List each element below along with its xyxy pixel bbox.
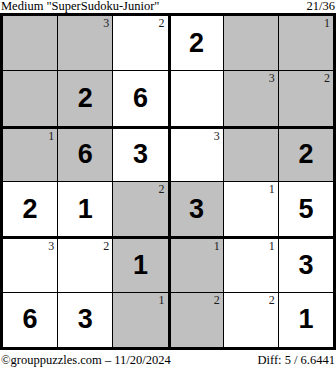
cell-value: 3	[113, 129, 167, 181]
cell-r5c2[interactable]: 2	[58, 237, 112, 291]
cell-r6c2[interactable]: 3	[58, 293, 112, 347]
cell-r6c4[interactable]: 2	[169, 293, 223, 347]
pencil-mark: 3	[48, 239, 54, 253]
pencil-mark: 3	[269, 71, 275, 85]
page-footer: ©grouppuzzles.com – 11/20/2024 Diff: 5 /…	[0, 353, 336, 370]
puzzle-title: Medium "SuperSudoku-Junior"	[1, 0, 159, 13]
cell-value: 6	[113, 71, 167, 125]
cell-r1c6[interactable]: 1	[279, 16, 333, 70]
pencil-mark: 2	[159, 16, 165, 30]
pencil-mark: 2	[214, 293, 220, 307]
cell-r4c3[interactable]: 2	[113, 182, 167, 236]
cell-r3c3[interactable]: 3	[113, 127, 167, 181]
pencil-mark: 1	[48, 129, 54, 143]
pencil-mark: 2	[269, 293, 275, 307]
cell-value: 2	[58, 71, 112, 125]
cell-r1c3[interactable]: 2	[113, 16, 167, 70]
cell-r4c4[interactable]: 3	[169, 182, 223, 236]
difficulty-label: Diff: 5 / 6.6441	[257, 353, 335, 368]
cell-r2c5[interactable]: 3	[224, 71, 278, 125]
pencil-mark: 2	[159, 182, 165, 196]
cell-value: 3	[171, 182, 223, 236]
pencil-mark: 1	[324, 16, 330, 30]
cell-value: 6	[3, 293, 57, 347]
cell-r5c3[interactable]: 1	[113, 237, 167, 291]
cell-r1c5[interactable]	[224, 16, 278, 70]
cell-value: 2	[3, 182, 57, 236]
cell-r5c6[interactable]: 3	[279, 237, 333, 291]
cell-r1c4[interactable]: 2	[169, 16, 223, 70]
pencil-mark: 1	[214, 239, 220, 253]
cell-value: 5	[279, 182, 333, 236]
cell-r2c4[interactable]	[169, 71, 223, 125]
cell-r5c1[interactable]: 3	[3, 237, 57, 291]
cell-r5c5[interactable]: 1	[224, 237, 278, 291]
cell-r4c2[interactable]: 1	[58, 182, 112, 236]
puzzle-counter: 21/36	[307, 0, 335, 13]
cell-value: 2	[171, 16, 223, 70]
cell-value: 3	[279, 239, 333, 291]
cell-value: 2	[279, 129, 333, 181]
cell-r2c2[interactable]: 2	[58, 71, 112, 125]
pencil-mark: 3	[214, 129, 220, 143]
cell-r4c1[interactable]: 2	[3, 182, 57, 236]
copyright-date: ©grouppuzzles.com – 11/20/2024	[1, 353, 171, 368]
cell-r5c4[interactable]: 1	[169, 237, 223, 291]
cell-value: 6	[58, 129, 112, 181]
cell-r4c6[interactable]: 5	[279, 182, 333, 236]
cell-r6c6[interactable]: 1	[279, 293, 333, 347]
cell-value: 1	[113, 239, 167, 291]
cell-r6c5[interactable]: 2	[224, 293, 278, 347]
pencil-mark: 1	[159, 293, 165, 307]
cell-r2c1[interactable]	[3, 71, 57, 125]
cell-r3c1[interactable]: 1	[3, 127, 57, 181]
cell-value: 1	[58, 182, 112, 236]
pencil-mark: 2	[324, 71, 330, 85]
page-header: Medium "SuperSudoku-Junior" 21/36	[0, 0, 336, 13]
cell-r2c6[interactable]: 2	[279, 71, 333, 125]
pencil-mark: 3	[103, 16, 109, 30]
cell-r1c2[interactable]: 3	[58, 16, 112, 70]
cell-r4c5[interactable]: 1	[224, 182, 278, 236]
cell-r3c6[interactable]: 2	[279, 127, 333, 181]
cell-r6c1[interactable]: 6	[3, 293, 57, 347]
cell-r2c3[interactable]: 6	[113, 71, 167, 125]
cell-r3c2[interactable]: 6	[58, 127, 112, 181]
cell-r3c5[interactable]	[224, 127, 278, 181]
cell-r3c4[interactable]: 3	[169, 127, 223, 181]
sudoku-board: 3221263216332212315321113631221	[0, 13, 336, 350]
pencil-mark: 1	[269, 239, 275, 253]
cell-r1c1[interactable]	[3, 16, 57, 70]
cell-r6c3[interactable]: 1	[113, 293, 167, 347]
cell-value: 3	[58, 293, 112, 347]
pencil-mark: 2	[103, 239, 109, 253]
pencil-mark: 1	[269, 182, 275, 196]
cell-value: 1	[279, 293, 333, 347]
